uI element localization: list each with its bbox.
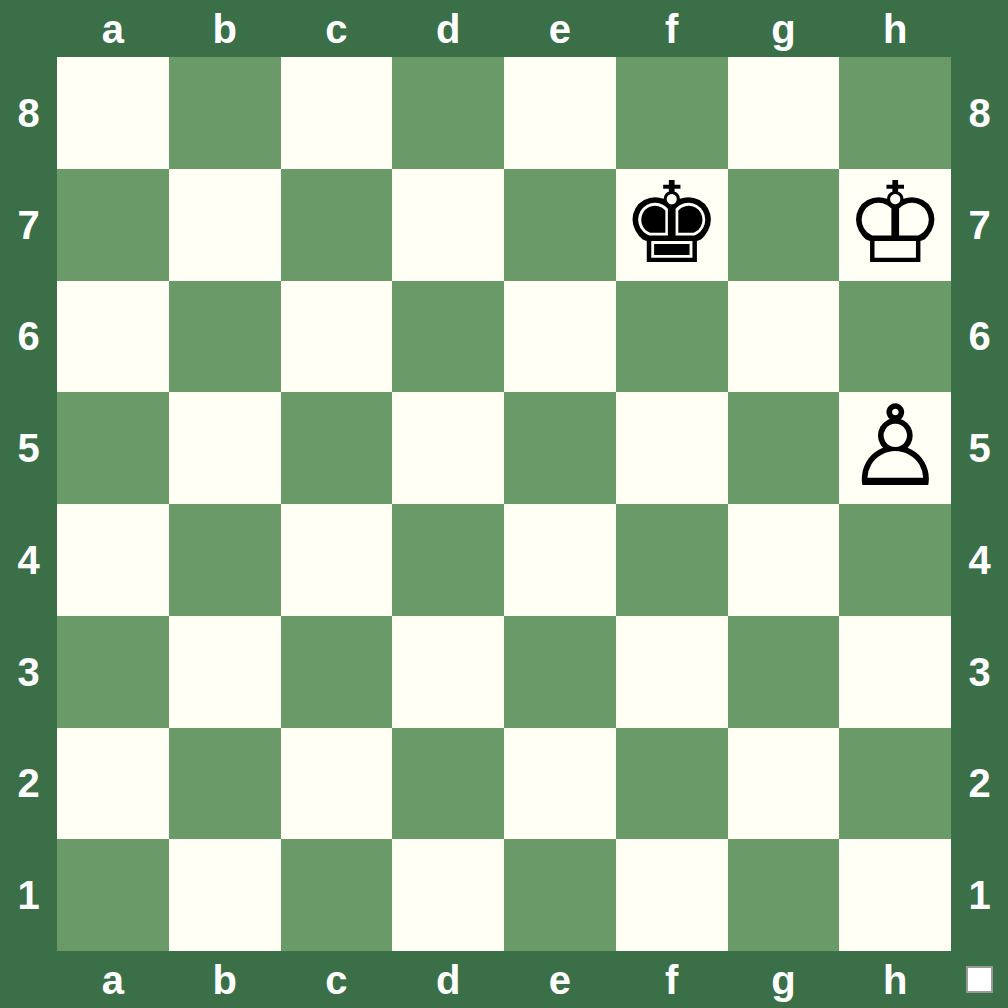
square-e4[interactable] bbox=[504, 504, 616, 616]
square-c8[interactable] bbox=[281, 57, 393, 169]
file-label-cell-top-b: b bbox=[169, 0, 281, 57]
square-a6[interactable] bbox=[57, 281, 169, 393]
rank-label-cell-right-7: 7 bbox=[951, 169, 1008, 281]
rank-label-2: 2 bbox=[968, 763, 990, 803]
square-f2[interactable] bbox=[616, 728, 728, 840]
file-label-cell-bottom-g: g bbox=[728, 951, 840, 1008]
square-a1[interactable] bbox=[57, 839, 169, 951]
file-label-cell-bottom-h: h bbox=[839, 951, 951, 1008]
file-label-h: h bbox=[883, 9, 907, 49]
file-label-b: b bbox=[212, 960, 236, 1000]
square-f8[interactable] bbox=[616, 57, 728, 169]
file-label-d: d bbox=[436, 960, 460, 1000]
rank-label-cell-left-1: 1 bbox=[0, 839, 57, 951]
file-label-g: g bbox=[771, 9, 795, 49]
square-h7[interactable]: ♔ bbox=[839, 169, 951, 281]
square-a3[interactable] bbox=[57, 616, 169, 728]
rank-label-4: 4 bbox=[968, 540, 990, 580]
rank-label-8: 8 bbox=[17, 93, 39, 133]
file-label-cell-top-f: f bbox=[616, 0, 728, 57]
square-b1[interactable] bbox=[169, 839, 281, 951]
corner-top-left bbox=[0, 0, 57, 57]
square-g8[interactable] bbox=[728, 57, 840, 169]
rank-label-cell-right-3: 3 bbox=[951, 616, 1008, 728]
square-d8[interactable] bbox=[392, 57, 504, 169]
rank-label-cell-right-5: 5 bbox=[951, 392, 1008, 504]
rank-label-cell-left-2: 2 bbox=[0, 728, 57, 840]
square-h3[interactable] bbox=[839, 616, 951, 728]
file-label-f: f bbox=[665, 960, 678, 1000]
square-d1[interactable] bbox=[392, 839, 504, 951]
square-b3[interactable] bbox=[169, 616, 281, 728]
square-f7[interactable]: ♚ bbox=[616, 169, 728, 281]
file-label-a: a bbox=[102, 960, 124, 1000]
square-g1[interactable] bbox=[728, 839, 840, 951]
square-e1[interactable] bbox=[504, 839, 616, 951]
black-king[interactable]: ♚ bbox=[621, 169, 721, 279]
rank-label-7: 7 bbox=[968, 205, 990, 245]
rank-label-cell-right-2: 2 bbox=[951, 728, 1008, 840]
rank-label-1: 1 bbox=[17, 875, 39, 915]
square-f1[interactable] bbox=[616, 839, 728, 951]
file-label-cell-bottom-f: f bbox=[616, 951, 728, 1008]
rank-label-8: 8 bbox=[968, 93, 990, 133]
square-h8[interactable] bbox=[839, 57, 951, 169]
rank-label-5: 5 bbox=[968, 428, 990, 468]
square-f5[interactable] bbox=[616, 392, 728, 504]
corner-bottom-right bbox=[951, 951, 1008, 1008]
rank-label-6: 6 bbox=[17, 316, 39, 356]
square-g6[interactable] bbox=[728, 281, 840, 393]
square-e3[interactable] bbox=[504, 616, 616, 728]
square-a7[interactable] bbox=[57, 169, 169, 281]
rank-label-cell-left-8: 8 bbox=[0, 57, 57, 169]
square-d3[interactable] bbox=[392, 616, 504, 728]
square-e2[interactable] bbox=[504, 728, 616, 840]
square-a8[interactable] bbox=[57, 57, 169, 169]
square-c6[interactable] bbox=[281, 281, 393, 393]
rank-label-2: 2 bbox=[17, 763, 39, 803]
rank-label-cell-left-6: 6 bbox=[0, 281, 57, 393]
square-d4[interactable] bbox=[392, 504, 504, 616]
file-label-c: c bbox=[325, 9, 347, 49]
file-label-cell-top-a: a bbox=[57, 0, 169, 57]
rank-label-cell-left-3: 3 bbox=[0, 616, 57, 728]
rank-label-3: 3 bbox=[968, 652, 990, 692]
rank-label-cell-left-5: 5 bbox=[0, 392, 57, 504]
file-label-c: c bbox=[325, 960, 347, 1000]
square-c5[interactable] bbox=[281, 392, 393, 504]
square-b8[interactable] bbox=[169, 57, 281, 169]
square-e8[interactable] bbox=[504, 57, 616, 169]
file-label-cell-top-e: e bbox=[504, 0, 616, 57]
square-f4[interactable] bbox=[616, 504, 728, 616]
file-label-cell-top-d: d bbox=[392, 0, 504, 57]
square-c3[interactable] bbox=[281, 616, 393, 728]
square-h2[interactable] bbox=[839, 728, 951, 840]
square-h4[interactable] bbox=[839, 504, 951, 616]
square-h5[interactable]: ♙ bbox=[839, 392, 951, 504]
rank-label-3: 3 bbox=[17, 652, 39, 692]
square-b6[interactable] bbox=[169, 281, 281, 393]
square-g5[interactable] bbox=[728, 392, 840, 504]
square-h1[interactable] bbox=[839, 839, 951, 951]
square-c4[interactable] bbox=[281, 504, 393, 616]
rank-label-cell-right-4: 4 bbox=[951, 504, 1008, 616]
square-b2[interactable] bbox=[169, 728, 281, 840]
square-a5[interactable] bbox=[57, 392, 169, 504]
white-king[interactable]: ♔ bbox=[845, 169, 945, 279]
square-d7[interactable] bbox=[392, 169, 504, 281]
rank-label-cell-left-7: 7 bbox=[0, 169, 57, 281]
square-g3[interactable] bbox=[728, 616, 840, 728]
square-d2[interactable] bbox=[392, 728, 504, 840]
white-to-move-indicator bbox=[966, 966, 993, 993]
square-g4[interactable] bbox=[728, 504, 840, 616]
file-label-d: d bbox=[436, 9, 460, 49]
square-e6[interactable] bbox=[504, 281, 616, 393]
square-c1[interactable] bbox=[281, 839, 393, 951]
square-g2[interactable] bbox=[728, 728, 840, 840]
rank-label-6: 6 bbox=[968, 316, 990, 356]
rank-label-cell-right-6: 6 bbox=[951, 281, 1008, 393]
chess-board: abcdefgh887♚♔7665♙544332211abcdefgh bbox=[0, 0, 1008, 1008]
white-pawn[interactable]: ♙ bbox=[845, 392, 945, 502]
square-g7[interactable] bbox=[728, 169, 840, 281]
rank-label-7: 7 bbox=[17, 205, 39, 245]
corner-top-right bbox=[951, 0, 1008, 57]
square-h6[interactable] bbox=[839, 281, 951, 393]
square-f3[interactable] bbox=[616, 616, 728, 728]
file-label-cell-top-g: g bbox=[728, 0, 840, 57]
file-label-e: e bbox=[549, 9, 571, 49]
file-label-cell-bottom-c: c bbox=[281, 951, 393, 1008]
file-label-g: g bbox=[771, 960, 795, 1000]
corner-bottom-left bbox=[0, 951, 57, 1008]
square-d5[interactable] bbox=[392, 392, 504, 504]
square-b7[interactable] bbox=[169, 169, 281, 281]
rank-label-cell-right-1: 1 bbox=[951, 839, 1008, 951]
square-e5[interactable] bbox=[504, 392, 616, 504]
file-label-cell-top-c: c bbox=[281, 0, 393, 57]
file-label-a: a bbox=[102, 9, 124, 49]
square-b4[interactable] bbox=[169, 504, 281, 616]
file-label-cell-bottom-d: d bbox=[392, 951, 504, 1008]
square-a4[interactable] bbox=[57, 504, 169, 616]
rank-label-1: 1 bbox=[968, 875, 990, 915]
rank-label-4: 4 bbox=[17, 540, 39, 580]
rank-label-5: 5 bbox=[17, 428, 39, 468]
square-b5[interactable] bbox=[169, 392, 281, 504]
square-e7[interactable] bbox=[504, 169, 616, 281]
file-label-cell-bottom-a: a bbox=[57, 951, 169, 1008]
file-label-e: e bbox=[549, 960, 571, 1000]
square-d6[interactable] bbox=[392, 281, 504, 393]
file-label-cell-top-h: h bbox=[839, 0, 951, 57]
file-label-f: f bbox=[665, 9, 678, 49]
file-label-b: b bbox=[212, 9, 236, 49]
file-label-cell-bottom-e: e bbox=[504, 951, 616, 1008]
rank-label-cell-left-4: 4 bbox=[0, 504, 57, 616]
square-f6[interactable] bbox=[616, 281, 728, 393]
file-label-h: h bbox=[883, 960, 907, 1000]
file-label-cell-bottom-b: b bbox=[169, 951, 281, 1008]
square-a2[interactable] bbox=[57, 728, 169, 840]
rank-label-cell-right-8: 8 bbox=[951, 57, 1008, 169]
square-c2[interactable] bbox=[281, 728, 393, 840]
square-c7[interactable] bbox=[281, 169, 393, 281]
